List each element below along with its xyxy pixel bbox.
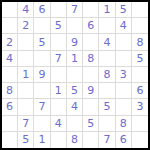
cell-r4c2[interactable] (18, 51, 34, 67)
cell-r2c1[interactable] (2, 18, 18, 34)
cell-r7c9[interactable]: 3 (132, 99, 148, 115)
cell-r8c4[interactable]: 4 (51, 116, 67, 132)
cell-r3c9[interactable]: 8 (132, 34, 148, 50)
cell-r3c8[interactable] (116, 34, 132, 50)
sudoku-board: 4671525642594847185198381596674537458518… (0, 0, 150, 150)
cell-r1c3[interactable]: 6 (34, 2, 50, 18)
cell-r6c5[interactable]: 5 (67, 83, 83, 99)
cell-r1c9[interactable] (132, 2, 148, 18)
cell-r6c4[interactable]: 1 (51, 83, 67, 99)
cell-r8c1[interactable] (2, 116, 18, 132)
cell-r4c9[interactable]: 5 (132, 51, 148, 67)
cell-r3c5[interactable]: 9 (67, 34, 83, 50)
cell-r3c7[interactable]: 4 (99, 34, 115, 50)
cell-r1c6[interactable] (83, 2, 99, 18)
cell-r7c7[interactable]: 5 (99, 99, 115, 115)
cell-r6c8[interactable] (116, 83, 132, 99)
cell-r7c8[interactable] (116, 99, 132, 115)
cell-r8c6[interactable]: 5 (83, 116, 99, 132)
cell-r6c2[interactable] (18, 83, 34, 99)
cell-r2c3[interactable] (34, 18, 50, 34)
cell-r9c4[interactable] (51, 132, 67, 148)
cell-r5c5[interactable] (67, 67, 83, 83)
cell-r9c5[interactable]: 8 (67, 132, 83, 148)
cell-r2c8[interactable]: 4 (116, 18, 132, 34)
cell-r2c4[interactable]: 5 (51, 18, 67, 34)
cell-r6c7[interactable] (99, 83, 115, 99)
cell-r7c6[interactable] (83, 99, 99, 115)
cell-r3c3[interactable]: 5 (34, 34, 50, 50)
cell-r1c4[interactable] (51, 2, 67, 18)
cell-r3c6[interactable] (83, 34, 99, 50)
cell-r9c7[interactable]: 7 (99, 132, 115, 148)
cell-r5c3[interactable]: 9 (34, 67, 50, 83)
cell-r8c2[interactable]: 7 (18, 116, 34, 132)
cell-r5c9[interactable] (132, 67, 148, 83)
cell-r4c6[interactable]: 8 (83, 51, 99, 67)
cell-r5c2[interactable]: 1 (18, 67, 34, 83)
cell-r6c6[interactable]: 9 (83, 83, 99, 99)
cell-r4c4[interactable]: 7 (51, 51, 67, 67)
cell-r4c1[interactable]: 4 (2, 51, 18, 67)
cell-r1c7[interactable]: 1 (99, 2, 115, 18)
cell-r9c1[interactable] (2, 132, 18, 148)
cell-r1c8[interactable]: 5 (116, 2, 132, 18)
cell-r8c5[interactable] (67, 116, 83, 132)
cell-r4c7[interactable] (99, 51, 115, 67)
cell-r6c1[interactable]: 8 (2, 83, 18, 99)
cell-r9c6[interactable] (83, 132, 99, 148)
cell-r6c3[interactable] (34, 83, 50, 99)
cell-r7c4[interactable] (51, 99, 67, 115)
cell-r4c3[interactable] (34, 51, 50, 67)
cell-r2c2[interactable]: 2 (18, 18, 34, 34)
cell-r4c8[interactable] (116, 51, 132, 67)
cell-r2c7[interactable] (99, 18, 115, 34)
cell-r7c5[interactable]: 4 (67, 99, 83, 115)
cell-r9c9[interactable] (132, 132, 148, 148)
cell-r1c1[interactable] (2, 2, 18, 18)
cell-r9c3[interactable]: 1 (34, 132, 50, 148)
cell-r5c6[interactable] (83, 67, 99, 83)
cell-r5c1[interactable] (2, 67, 18, 83)
cell-r2c5[interactable] (67, 18, 83, 34)
cell-r6c9[interactable]: 6 (132, 83, 148, 99)
cell-r7c2[interactable] (18, 99, 34, 115)
cell-r2c6[interactable]: 6 (83, 18, 99, 34)
cell-r8c9[interactable] (132, 116, 148, 132)
cell-r5c4[interactable] (51, 67, 67, 83)
cell-r1c5[interactable]: 7 (67, 2, 83, 18)
cell-r3c4[interactable] (51, 34, 67, 50)
cell-r1c2[interactable]: 4 (18, 2, 34, 18)
cell-r7c3[interactable]: 7 (34, 99, 50, 115)
cell-r3c1[interactable]: 2 (2, 34, 18, 50)
cell-r9c8[interactable]: 6 (116, 132, 132, 148)
cell-r5c7[interactable]: 8 (99, 67, 115, 83)
cell-r9c2[interactable]: 5 (18, 132, 34, 148)
cell-r7c1[interactable]: 6 (2, 99, 18, 115)
cell-r4c5[interactable]: 1 (67, 51, 83, 67)
cell-r8c8[interactable]: 8 (116, 116, 132, 132)
cell-r5c8[interactable]: 3 (116, 67, 132, 83)
cell-r8c3[interactable] (34, 116, 50, 132)
cell-r8c7[interactable] (99, 116, 115, 132)
cell-r2c9[interactable] (132, 18, 148, 34)
cell-r3c2[interactable] (18, 34, 34, 50)
